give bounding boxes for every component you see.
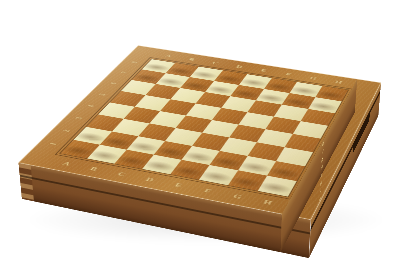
chess-box: ABCDEFGH ABCDEFGH 87654321 87654321 ♜♞♝♛…	[18, 45, 381, 219]
chess-box-scene: ABCDEFGH ABCDEFGH 87654321 87654321 ♜♞♝♛…	[0, 0, 420, 259]
finger-joints	[18, 163, 34, 202]
white-rook-h1: ♜	[253, 143, 297, 192]
black-pawn-h7: ♟	[308, 77, 338, 110]
black-pawn-g7: ♟	[282, 73, 312, 106]
